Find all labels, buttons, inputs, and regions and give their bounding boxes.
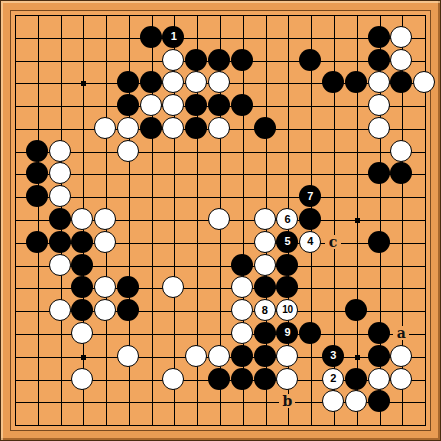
stone-white	[117, 117, 139, 139]
stone-white	[49, 254, 71, 276]
stone-black	[208, 49, 230, 71]
stone-white	[368, 94, 390, 116]
stone-black-move-3: 3	[322, 345, 344, 367]
stone-white-move-8: 8	[254, 299, 276, 321]
star-point	[355, 218, 360, 223]
point-label-a: a	[393, 326, 409, 340]
grid-line-horizontal	[15, 425, 426, 426]
stone-black	[231, 94, 253, 116]
stone-white	[117, 345, 139, 367]
stone-white	[49, 185, 71, 207]
stone-black	[254, 345, 276, 367]
move-number: 10	[282, 305, 292, 315]
stone-black	[208, 94, 230, 116]
stone-white-move-4: 4	[299, 231, 321, 253]
stone-white-move-2: 2	[322, 368, 344, 390]
star-point	[81, 81, 86, 86]
move-number: 9	[285, 327, 291, 338]
stone-white	[208, 345, 230, 367]
stone-black	[368, 26, 390, 48]
stone-white	[390, 140, 412, 162]
stone-white	[276, 368, 298, 390]
stone-white	[49, 140, 71, 162]
stone-black	[231, 368, 253, 390]
stone-white	[49, 162, 71, 184]
stone-black	[71, 231, 93, 253]
stone-black	[117, 299, 139, 321]
move-number: 5	[285, 236, 291, 247]
stone-white	[140, 94, 162, 116]
star-point	[81, 355, 86, 360]
stone-white	[368, 368, 390, 390]
stone-white	[208, 117, 230, 139]
stone-white	[162, 368, 184, 390]
stone-black	[140, 71, 162, 93]
stone-white	[94, 208, 116, 230]
stone-white	[345, 390, 367, 412]
stone-black	[117, 94, 139, 116]
stone-white	[254, 208, 276, 230]
stone-white	[254, 254, 276, 276]
stone-white	[390, 345, 412, 367]
stone-white	[185, 345, 207, 367]
move-number: 8	[262, 305, 268, 316]
stone-white	[49, 299, 71, 321]
move-number: 1	[171, 31, 177, 42]
move-number: 4	[307, 236, 313, 247]
stone-black	[71, 254, 93, 276]
stone-black	[231, 254, 253, 276]
stone-black	[49, 231, 71, 253]
stone-black	[254, 322, 276, 344]
star-point	[355, 355, 360, 360]
stone-white	[162, 49, 184, 71]
stone-black	[26, 231, 48, 253]
point-label-c: c	[325, 235, 341, 249]
go-diagram: 17654810932abc	[0, 0, 441, 441]
stone-black	[185, 117, 207, 139]
move-number: 2	[330, 373, 336, 384]
stone-black	[368, 322, 390, 344]
stone-black	[26, 185, 48, 207]
stone-black	[231, 345, 253, 367]
stone-black	[368, 390, 390, 412]
stone-black	[345, 299, 367, 321]
stone-black	[299, 322, 321, 344]
stone-black	[345, 71, 367, 93]
stone-black	[276, 254, 298, 276]
stone-black	[140, 117, 162, 139]
stone-black	[26, 140, 48, 162]
stone-black	[208, 368, 230, 390]
stone-black	[254, 117, 276, 139]
stone-white	[254, 231, 276, 253]
stone-black	[49, 208, 71, 230]
stone-black	[368, 231, 390, 253]
stone-black	[368, 345, 390, 367]
stone-black	[299, 49, 321, 71]
stone-white	[94, 117, 116, 139]
stone-white	[368, 71, 390, 93]
stone-black	[185, 49, 207, 71]
stone-black	[254, 368, 276, 390]
move-number: 3	[330, 350, 336, 361]
move-number: 7	[307, 191, 313, 202]
stone-black	[254, 276, 276, 298]
stone-white	[208, 208, 230, 230]
stone-white	[390, 368, 412, 390]
stone-black	[140, 26, 162, 48]
point-label-b: b	[279, 394, 295, 408]
stone-black	[345, 368, 367, 390]
stone-black	[231, 49, 253, 71]
stone-black	[368, 162, 390, 184]
stone-white	[231, 322, 253, 344]
stone-black	[368, 49, 390, 71]
stone-white	[276, 345, 298, 367]
stone-white	[71, 368, 93, 390]
stone-white	[117, 140, 139, 162]
stone-white	[390, 26, 412, 48]
stone-white	[231, 299, 253, 321]
stone-white	[94, 231, 116, 253]
stone-white	[368, 117, 390, 139]
move-number: 6	[285, 214, 291, 225]
stone-white	[390, 49, 412, 71]
